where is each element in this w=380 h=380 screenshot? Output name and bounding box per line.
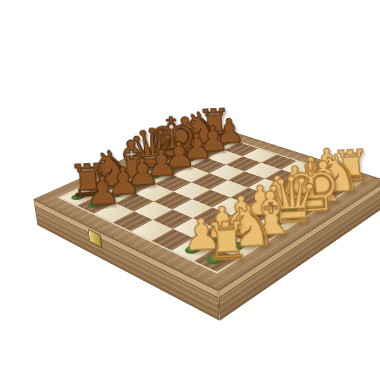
piece-black-pawn-a7[interactable]: ♟ bbox=[84, 171, 113, 211]
chess-box: ♜♞♝♛♚♝♞♜♟♟♟♟♟♟♟♟♟♟♟♟♟♟♟♟♜♞♝♛♚♝♞♜ bbox=[33, 123, 380, 291]
brass-latch[interactable] bbox=[88, 229, 102, 248]
square-d6[interactable] bbox=[154, 175, 191, 191]
box-top: ♜♞♝♛♚♝♞♜♟♟♟♟♟♟♟♟♟♟♟♟♟♟♟♟♜♞♝♛♚♝♞♜ bbox=[33, 123, 380, 291]
product-photo-scene: ♜♞♝♛♚♝♞♜♟♟♟♟♟♟♟♟♟♟♟♟♟♟♟♟♜♞♝♛♚♝♞♜ bbox=[0, 0, 380, 380]
piece-white-rook-a1[interactable]: ♜ bbox=[202, 215, 236, 268]
perspective-wrapper: ♜♞♝♛♚♝♞♜♟♟♟♟♟♟♟♟♟♟♟♟♟♟♟♟♜♞♝♛♚♝♞♜ bbox=[0, 0, 380, 380]
